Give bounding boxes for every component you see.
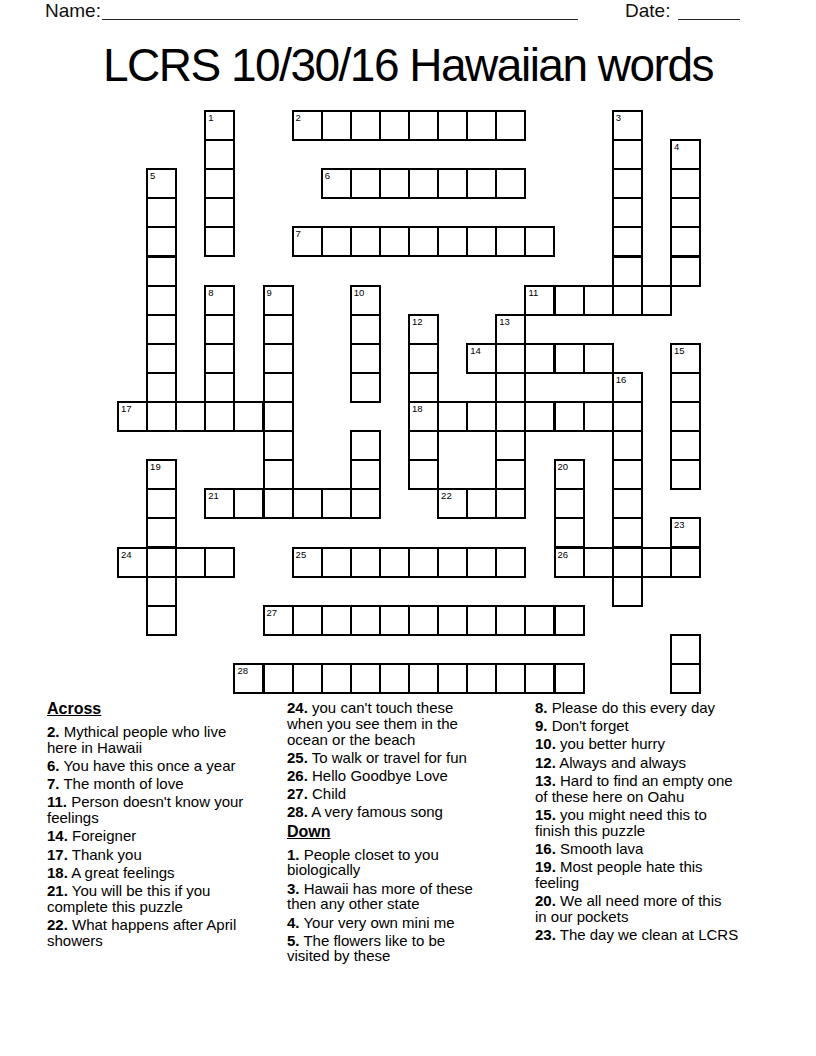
grid-cell-r0c10[interactable] <box>408 110 439 141</box>
grid-cell-r19c6[interactable] <box>292 663 323 694</box>
grid-cell-r17c12[interactable] <box>466 605 497 636</box>
grid-cell-r12c19[interactable] <box>670 459 701 490</box>
clue-number-label: 4. <box>287 914 300 931</box>
grid-cell-r12c10[interactable] <box>408 459 439 490</box>
grid-cell-r3c1[interactable] <box>146 197 177 228</box>
grid-cell-r8c5[interactable] <box>263 343 294 374</box>
grid-cell-r10c17[interactable] <box>612 401 643 432</box>
clue-text: Most people hate this feeling <box>535 858 703 891</box>
grid-cell-r9c8[interactable] <box>350 372 381 403</box>
clue-27: 27. Child <box>287 786 529 802</box>
grid-cell-r6c16[interactable] <box>583 285 614 316</box>
grid-cell-r8c3[interactable] <box>204 343 235 374</box>
grid-cell-r10c12[interactable] <box>466 401 497 432</box>
date-label: Date: <box>625 1 670 21</box>
clue-26: 26. Hello Goodbye Love <box>287 768 529 784</box>
grid-cell-r10c4[interactable] <box>233 401 264 432</box>
grid-cell-r19c10[interactable] <box>408 663 439 694</box>
grid-cell-r7c13[interactable]: 13 <box>495 314 526 345</box>
grid-cell-r7c5[interactable] <box>263 314 294 345</box>
grid-cell-r15c12[interactable] <box>466 547 497 578</box>
clue-number-label: 26. <box>287 767 308 784</box>
grid-cell-r2c10[interactable] <box>408 168 439 199</box>
clue-number-label: 20. <box>535 892 556 909</box>
down-clue-list: 1. People closet to you biologically3. H… <box>287 847 529 965</box>
grid-cell-r11c13[interactable] <box>495 430 526 461</box>
grid-cell-r6c15[interactable] <box>554 285 585 316</box>
clue-16: 16. Smooth lava <box>535 841 777 857</box>
grid-cell-r8c1[interactable] <box>146 343 177 374</box>
grid-cell-r13c3[interactable]: 21 <box>204 488 235 519</box>
clue-number-label: 11. <box>47 793 67 810</box>
grid-cell-r2c12[interactable] <box>466 168 497 199</box>
grid-cell-r10c16[interactable] <box>583 401 614 432</box>
clue-text: Please do this every day <box>548 699 716 716</box>
grid-cell-r15c11[interactable] <box>437 547 468 578</box>
grid-cell-r4c3[interactable] <box>204 226 235 257</box>
grid-cell-r4c6[interactable]: 7 <box>292 226 323 257</box>
grid-cell-r15c1[interactable] <box>146 547 177 578</box>
grid-cell-r10c15[interactable] <box>554 401 585 432</box>
grid-cell-r2c17[interactable] <box>612 168 643 199</box>
clue-25: 25. To walk or travel for fun <box>287 750 529 766</box>
across-clue-list: 2. Mythical people who live here in Hawa… <box>47 724 289 948</box>
clue-number-16: 16 <box>616 374 627 385</box>
clue-text: Mythical people who live here in Hawaii <box>47 723 226 756</box>
grid-cell-r16c1[interactable] <box>146 576 177 607</box>
clue-number-label: 16. <box>535 840 556 857</box>
clue-17: 17. Thank you <box>47 847 289 863</box>
clue-11: 11. Person doesn't know your feelings <box>47 794 289 826</box>
grid-cell-r14c1[interactable] <box>146 517 177 548</box>
grid-cell-r1c19[interactable]: 4 <box>670 139 701 170</box>
date-blank-line[interactable] <box>678 2 740 20</box>
grid-cell-r9c3[interactable] <box>204 372 235 403</box>
grid-cell-r2c3[interactable] <box>204 168 235 199</box>
grid-cell-r1c3[interactable] <box>204 139 235 170</box>
clue-text: To walk or travel for fun <box>308 749 467 766</box>
grid-cell-r8c10[interactable] <box>408 343 439 374</box>
clue-text: Don't forget <box>548 717 629 734</box>
clue-number-2: 2 <box>296 112 301 123</box>
grid-cell-r11c8[interactable] <box>350 430 381 461</box>
grid-cell-r5c1[interactable] <box>146 256 177 287</box>
clue-23: 23. The day we clean at LCRS <box>535 927 777 943</box>
grid-cell-r17c6[interactable] <box>292 605 323 636</box>
grid-cell-r4c17[interactable] <box>612 226 643 257</box>
grid-cell-r6c5[interactable]: 9 <box>263 285 294 316</box>
grid-cell-r2c8[interactable] <box>350 168 381 199</box>
grid-cell-r19c8[interactable] <box>350 663 381 694</box>
grid-cell-r14c19[interactable]: 23 <box>670 517 701 548</box>
grid-cell-r2c19[interactable] <box>670 168 701 199</box>
grid-cell-r15c7[interactable] <box>321 547 352 578</box>
grid-cell-r15c8[interactable] <box>350 547 381 578</box>
grid-cell-r13c12[interactable] <box>466 488 497 519</box>
grid-cell-r6c14[interactable]: 11 <box>524 285 555 316</box>
grid-cell-r0c3[interactable]: 1 <box>204 110 235 141</box>
down-heading: Down <box>287 823 529 840</box>
clue-text: Child <box>308 785 346 802</box>
clue-number-label: 27. <box>287 785 308 802</box>
clue-6: 6. You have this once a year <box>47 758 289 774</box>
grid-cell-r12c8[interactable] <box>350 459 381 490</box>
clue-number-label: 2. <box>47 723 60 740</box>
clue-text: We all need more of this in our pockets <box>535 892 722 925</box>
grid-cell-r9c19[interactable] <box>670 372 701 403</box>
grid-cell-r4c9[interactable] <box>379 226 410 257</box>
clue-number-25: 25 <box>296 549 307 560</box>
grid-cell-r4c7[interactable] <box>321 226 352 257</box>
clue-14: 14. Foreigner <box>47 828 289 844</box>
grid-cell-r15c9[interactable] <box>379 547 410 578</box>
clue-number-4: 4 <box>674 141 679 152</box>
clue-number-20: 20 <box>558 461 569 472</box>
clue-9: 9. Don't forget <box>535 718 777 734</box>
grid-cell-r11c5[interactable] <box>263 430 294 461</box>
clue-number-1: 1 <box>208 112 213 123</box>
grid-cell-r10c2[interactable] <box>175 401 206 432</box>
grid-cell-r10c19[interactable] <box>670 401 701 432</box>
grid-cell-r9c17[interactable]: 16 <box>612 372 643 403</box>
grid-cell-r2c13[interactable] <box>495 168 526 199</box>
grid-cell-r6c3[interactable]: 8 <box>204 285 235 316</box>
clue-number-label: 18. <box>47 864 68 881</box>
clue-text: Your very own mini me <box>300 914 455 931</box>
clue-19: 19. Most people hate this feeling <box>535 859 777 891</box>
grid-cell-r0c6[interactable]: 2 <box>292 110 323 141</box>
clue-18: 18. A great feelings <box>47 865 289 881</box>
grid-cell-r0c13[interactable] <box>495 110 526 141</box>
grid-cell-r19c14[interactable] <box>524 663 555 694</box>
grid-cell-r10c5[interactable] <box>263 401 294 432</box>
grid-cell-r9c13[interactable] <box>495 372 526 403</box>
grid-cell-r15c18[interactable] <box>641 547 672 578</box>
clue-text: You will be this if you complete this pu… <box>47 882 210 915</box>
clue-number-23: 23 <box>674 519 685 530</box>
clue-number-9: 9 <box>267 287 272 298</box>
grid-cell-r13c5[interactable] <box>263 488 294 519</box>
clue-number-21: 21 <box>208 490 219 501</box>
grid-cell-r15c2[interactable] <box>175 547 206 578</box>
clue-number-5: 5 <box>150 170 155 181</box>
clue-number-label: 10. <box>535 735 556 752</box>
grid-cell-r10c13[interactable] <box>495 401 526 432</box>
clue-number-label: 14. <box>47 827 68 844</box>
grid-cell-r9c1[interactable] <box>146 372 177 403</box>
clue-4: 4. Your very own mini me <box>287 915 529 931</box>
page-title: LCRS 10/30/16 Hawaiian words <box>0 38 816 92</box>
clue-number-label: 15. <box>535 806 556 823</box>
clue-8: 8. Please do this every day <box>535 700 777 716</box>
grid-cell-r15c19[interactable] <box>670 547 701 578</box>
clue-number-18: 18 <box>412 403 423 414</box>
grid-cell-r10c14[interactable] <box>524 401 555 432</box>
clue-number-22: 22 <box>441 490 452 501</box>
clue-number-11: 11 <box>528 287 538 298</box>
grid-cell-r4c12[interactable] <box>466 226 497 257</box>
clue-20: 20. We all need more of this in our pock… <box>535 893 777 925</box>
grid-cell-r2c7[interactable]: 6 <box>321 168 352 199</box>
grid-cell-r12c5[interactable] <box>263 459 294 490</box>
clue-7: 7. The month of love <box>47 776 289 792</box>
clue-number-24: 24 <box>121 549 132 560</box>
clue-text: The day we clean at LCRS <box>556 926 738 943</box>
grid-cell-r0c11[interactable] <box>437 110 468 141</box>
grid-cell-r15c3[interactable] <box>204 547 235 578</box>
clue-number-label: 22. <box>47 916 68 933</box>
grid-cell-r19c7[interactable] <box>321 663 352 694</box>
grid-cell-r5c19[interactable] <box>670 256 701 287</box>
clue-text: Hard to find an empty one of these here … <box>535 772 733 805</box>
grid-cell-r13c7[interactable] <box>321 488 352 519</box>
grid-cell-r19c11[interactable] <box>437 663 468 694</box>
clue-number-label: 1. <box>287 846 300 863</box>
grid-cell-r8c13[interactable] <box>495 343 526 374</box>
clue-number-label: 12. <box>535 754 556 771</box>
clue-text: A great feelings <box>68 864 175 881</box>
grid-cell-r19c13[interactable] <box>495 663 526 694</box>
clue-text: What happens after April showers <box>47 916 236 949</box>
grid-cell-r4c1[interactable] <box>146 226 177 257</box>
clue-text: The flowers like to be visited by these <box>287 932 445 965</box>
clue-number-label: 7. <box>47 775 60 792</box>
clue-number-6: 6 <box>325 170 330 181</box>
grid-cell-r17c1[interactable] <box>146 605 177 636</box>
grid-cell-r3c17[interactable] <box>612 197 643 228</box>
clue-text: you better hurry <box>556 735 665 752</box>
grid-cell-r13c1[interactable] <box>146 488 177 519</box>
clue-number-13: 13 <box>499 316 510 327</box>
grid-cell-r6c8[interactable]: 10 <box>350 285 381 316</box>
clue-2: 2. Mythical people who live here in Hawa… <box>47 724 289 756</box>
grid-cell-r4c13[interactable] <box>495 226 526 257</box>
grid-cell-r11c19[interactable] <box>670 430 701 461</box>
grid-cell-r0c9[interactable] <box>379 110 410 141</box>
clue-5: 5. The flowers like to be visited by the… <box>287 933 529 965</box>
grid-cell-r11c17[interactable] <box>612 430 643 461</box>
grid-cell-r8c15[interactable] <box>554 343 585 374</box>
clue-number-label: 3. <box>287 880 300 897</box>
grid-cell-r4c8[interactable] <box>350 226 381 257</box>
grid-cell-r6c17[interactable] <box>612 285 643 316</box>
grid-cell-r9c5[interactable] <box>263 372 294 403</box>
grid-cell-r4c10[interactable] <box>408 226 439 257</box>
grid-cell-r19c12[interactable] <box>466 663 497 694</box>
grid-cell-r15c13[interactable] <box>495 547 526 578</box>
grid-cell-r14c17[interactable] <box>612 517 643 548</box>
down-clue-list-2: 8. Please do this every day9. Don't forg… <box>535 700 777 943</box>
grid-cell-r12c15[interactable]: 20 <box>554 459 585 490</box>
clue-number-15: 15 <box>674 345 685 356</box>
grid-cell-r17c11[interactable] <box>437 605 468 636</box>
grid-cell-r11c10[interactable] <box>408 430 439 461</box>
clue-22: 22. What happens after April showers <box>47 917 289 949</box>
grid-cell-r15c16[interactable] <box>583 547 614 578</box>
clue-number-label: 9. <box>535 717 548 734</box>
clue-10: 10. you better hurry <box>535 736 777 752</box>
grid-cell-r15c15[interactable]: 26 <box>554 547 585 578</box>
clue-number-27: 27 <box>267 607 278 618</box>
across-clue-list-2: 24. you can't touch these when you see t… <box>287 700 529 820</box>
grid-cell-r10c11[interactable] <box>437 401 468 432</box>
clue-number-label: 5. <box>287 932 300 949</box>
grid-cell-r3c19[interactable] <box>670 197 701 228</box>
clue-number-label: 24. <box>287 699 308 716</box>
grid-cell-r19c5[interactable] <box>263 663 294 694</box>
grid-cell-r13c6[interactable] <box>292 488 323 519</box>
grid-cell-r10c3[interactable] <box>204 401 235 432</box>
clue-number-label: 13. <box>535 772 556 789</box>
clue-number-14: 14 <box>470 345 481 356</box>
clues-column-3: 8. Please do this every day9. Don't forg… <box>535 700 777 945</box>
clue-text: you can't touch these when you see them … <box>287 699 458 748</box>
grid-cell-r17c7[interactable] <box>321 605 352 636</box>
clue-number-label: 23. <box>535 926 556 943</box>
grid-cell-r18c19[interactable] <box>670 634 701 665</box>
clue-number-12: 12 <box>412 316 423 327</box>
grid-cell-r19c9[interactable] <box>379 663 410 694</box>
grid-cell-r13c13[interactable] <box>495 488 526 519</box>
clue-28: 28. A very famous song <box>287 804 529 820</box>
clue-3: 3. Hawaii has more of these then any oth… <box>287 881 529 913</box>
grid-cell-r2c11[interactable] <box>437 168 468 199</box>
clue-number-label: 8. <box>535 699 548 716</box>
grid-cell-r7c8[interactable] <box>350 314 381 345</box>
clue-1: 1. People closet to you biologically <box>287 847 529 879</box>
grid-cell-r2c1[interactable]: 5 <box>146 168 177 199</box>
clue-number-label: 6. <box>47 757 60 774</box>
grid-cell-r15c10[interactable] <box>408 547 439 578</box>
clue-number-19: 19 <box>150 461 161 472</box>
clue-number-3: 3 <box>616 112 621 123</box>
grid-cell-r17c9[interactable] <box>379 605 410 636</box>
grid-cell-r10c0[interactable]: 17 <box>117 401 148 432</box>
grid-cell-r13c4[interactable] <box>233 488 264 519</box>
grid-cell-r10c1[interactable] <box>146 401 177 432</box>
clue-number-7: 7 <box>296 228 301 239</box>
clue-13: 13. Hard to find an empty one of these h… <box>535 773 777 805</box>
grid-cell-r13c17[interactable] <box>612 488 643 519</box>
clue-text: Always and always <box>556 754 686 771</box>
grid-cell-r7c10[interactable]: 12 <box>408 314 439 345</box>
grid-cell-r17c15[interactable] <box>554 605 585 636</box>
grid-cell-r17c13[interactable] <box>495 605 526 636</box>
grid-cell-r2c9[interactable] <box>379 168 410 199</box>
clue-number-8: 8 <box>208 287 213 298</box>
grid-cell-r10c10[interactable]: 18 <box>408 401 439 432</box>
grid-cell-r8c19[interactable]: 15 <box>670 343 701 374</box>
clue-21: 21. You will be this if you complete thi… <box>47 883 289 915</box>
clue-number-10: 10 <box>354 287 365 298</box>
grid-cell-r14c15[interactable] <box>554 517 585 548</box>
across-heading: Across <box>47 700 289 717</box>
clue-24: 24. you can't touch these when you see t… <box>287 700 529 747</box>
clue-number-label: 17. <box>47 846 68 863</box>
grid-cell-r6c18[interactable] <box>641 285 672 316</box>
grid-cell-r19c4[interactable]: 28 <box>233 663 264 694</box>
grid-cell-r15c17[interactable] <box>612 547 643 578</box>
grid-cell-r1c17[interactable] <box>612 139 643 170</box>
clues-column-1: Across 2. Mythical people who live here … <box>47 700 289 951</box>
clue-text: A very famous song <box>308 803 443 820</box>
clue-text: The month of love <box>60 775 184 792</box>
grid-cell-r0c8[interactable] <box>350 110 381 141</box>
clue-number-label: 28. <box>287 803 308 820</box>
grid-cell-r17c14[interactable] <box>524 605 555 636</box>
clue-text: Hawaii has more of these then any other … <box>287 880 473 913</box>
grid-cell-r19c15[interactable] <box>554 663 585 694</box>
clue-number-26: 26 <box>558 549 569 560</box>
clue-text: Foreigner <box>68 827 136 844</box>
grid-cell-r17c5[interactable]: 27 <box>263 605 294 636</box>
grid-cell-r5c17[interactable] <box>612 256 643 287</box>
clue-text: People closet to you biologically <box>287 846 439 879</box>
grid-cell-r17c8[interactable] <box>350 605 381 636</box>
clue-text: you might need this to finish this puzzl… <box>535 806 707 839</box>
clue-number-label: 21. <box>47 882 68 899</box>
grid-cell-r17c10[interactable] <box>408 605 439 636</box>
grid-cell-r6c1[interactable] <box>146 285 177 316</box>
grid-cell-r3c3[interactable] <box>204 197 235 228</box>
grid-cell-r4c19[interactable] <box>670 226 701 257</box>
clue-text: Thank you <box>68 846 142 863</box>
grid-cell-r12c13[interactable] <box>495 459 526 490</box>
clue-text: Person doesn't know your feelings <box>47 793 243 826</box>
clue-number-28: 28 <box>237 665 248 676</box>
grid-cell-r8c14[interactable] <box>524 343 555 374</box>
clue-text: You have this once a year <box>60 757 236 774</box>
clue-text: Smooth lava <box>556 840 644 857</box>
clue-12: 12. Always and always <box>535 755 777 771</box>
clue-number-label: 25. <box>287 749 308 766</box>
grid-cell-r0c7[interactable] <box>321 110 352 141</box>
crossword-grid: 1234567891011121314151617181920212223242… <box>117 110 705 698</box>
grid-cell-r16c17[interactable] <box>612 576 643 607</box>
grid-cell-r7c3[interactable] <box>204 314 235 345</box>
grid-cell-r9c10[interactable] <box>408 372 439 403</box>
grid-cell-r8c8[interactable] <box>350 343 381 374</box>
grid-cell-r15c0[interactable]: 24 <box>117 547 148 578</box>
clue-number-17: 17 <box>121 403 132 414</box>
grid-cell-r0c17[interactable]: 3 <box>612 110 643 141</box>
grid-cell-r4c14[interactable] <box>524 226 555 257</box>
grid-cell-r8c12[interactable]: 14 <box>466 343 497 374</box>
grid-cell-r7c1[interactable] <box>146 314 177 345</box>
grid-cell-r13c15[interactable] <box>554 488 585 519</box>
clues-column-2: 24. you can't touch these when you see t… <box>287 700 529 967</box>
grid-cell-r13c11[interactable]: 22 <box>437 488 468 519</box>
clue-text: Hello Goodbye Love <box>308 767 448 784</box>
clue-15: 15. you might need this to finish this p… <box>535 807 777 839</box>
name-label: Name: <box>45 1 101 21</box>
clue-number-label: 19. <box>535 858 556 875</box>
grid-cell-r12c1[interactable]: 19 <box>146 459 177 490</box>
grid-cell-r13c8[interactable] <box>350 488 381 519</box>
grid-cell-r4c11[interactable] <box>437 226 468 257</box>
grid-cell-r8c16[interactable] <box>583 343 614 374</box>
grid-cell-r12c17[interactable] <box>612 459 643 490</box>
worksheet-page: Name: Date: LCRS 10/30/16 Hawaiian words… <box>0 0 816 1056</box>
grid-cell-r19c19[interactable] <box>670 663 701 694</box>
name-blank-line[interactable] <box>102 2 578 20</box>
grid-cell-r15c6[interactable]: 25 <box>292 547 323 578</box>
grid-cell-r0c12[interactable] <box>466 110 497 141</box>
